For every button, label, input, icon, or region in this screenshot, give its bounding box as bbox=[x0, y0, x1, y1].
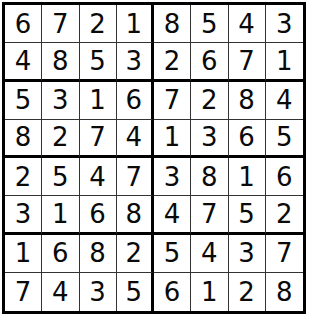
sudoku-cell-r1c6: 5 bbox=[191, 5, 228, 43]
sudoku-cell-r1c1: 6 bbox=[5, 5, 42, 43]
sudoku-cell-r7c3: 8 bbox=[80, 235, 117, 273]
sudoku-cell-r5c2: 5 bbox=[42, 158, 79, 196]
sudoku-cell-r3c5: 7 bbox=[154, 82, 191, 120]
sudoku-cell-r1c4: 1 bbox=[117, 5, 154, 43]
sudoku-cell-r5c4: 7 bbox=[117, 158, 154, 196]
sudoku-cell-r5c6: 8 bbox=[191, 158, 228, 196]
sudoku-cell-r4c2: 2 bbox=[42, 120, 79, 158]
sudoku-cell-r3c1: 5 bbox=[5, 82, 42, 120]
sudoku-cell-r6c2: 1 bbox=[42, 196, 79, 234]
sudoku-cell-r8c5: 6 bbox=[154, 273, 191, 311]
sudoku-cell-r4c8: 5 bbox=[266, 120, 303, 158]
sudoku-cell-r5c8: 6 bbox=[266, 158, 303, 196]
sudoku-cell-r7c5: 5 bbox=[154, 235, 191, 273]
sudoku-cell-r5c1: 2 bbox=[5, 158, 42, 196]
sudoku-board: 6721854348532671531672848274136525473816… bbox=[2, 2, 306, 314]
sudoku-cell-r1c3: 2 bbox=[80, 5, 117, 43]
sudoku-cell-r7c7: 3 bbox=[229, 235, 266, 273]
sudoku-cell-r8c3: 3 bbox=[80, 273, 117, 311]
sudoku-cell-r3c4: 6 bbox=[117, 82, 154, 120]
sudoku-cell-r5c3: 4 bbox=[80, 158, 117, 196]
sudoku-cell-r7c1: 1 bbox=[5, 235, 42, 273]
sudoku-cell-r3c8: 4 bbox=[266, 82, 303, 120]
sudoku-cell-r2c6: 6 bbox=[191, 43, 228, 81]
sudoku-cell-r3c6: 2 bbox=[191, 82, 228, 120]
sudoku-cell-r2c5: 2 bbox=[154, 43, 191, 81]
sudoku-cell-r7c8: 7 bbox=[266, 235, 303, 273]
sudoku-cell-r2c1: 4 bbox=[5, 43, 42, 81]
sudoku-cell-r1c5: 8 bbox=[154, 5, 191, 43]
sudoku-cell-r4c5: 1 bbox=[154, 120, 191, 158]
sudoku-cell-r5c5: 3 bbox=[154, 158, 191, 196]
sudoku-cell-r8c1: 7 bbox=[5, 273, 42, 311]
sudoku-cell-r6c5: 4 bbox=[154, 196, 191, 234]
sudoku-cell-r2c7: 7 bbox=[229, 43, 266, 81]
sudoku-cell-r1c7: 4 bbox=[229, 5, 266, 43]
sudoku-cell-r2c2: 8 bbox=[42, 43, 79, 81]
sudoku-cell-r8c8: 8 bbox=[266, 273, 303, 311]
sudoku-cell-r8c6: 1 bbox=[191, 273, 228, 311]
sudoku-cell-r4c3: 7 bbox=[80, 120, 117, 158]
sudoku-cell-r7c6: 4 bbox=[191, 235, 228, 273]
sudoku-cell-r1c2: 7 bbox=[42, 5, 79, 43]
sudoku-cell-r6c4: 8 bbox=[117, 196, 154, 234]
sudoku-cell-r4c4: 4 bbox=[117, 120, 154, 158]
sudoku-cell-r4c6: 3 bbox=[191, 120, 228, 158]
sudoku-cell-r1c8: 3 bbox=[266, 5, 303, 43]
sudoku-cell-r6c8: 2 bbox=[266, 196, 303, 234]
sudoku-cell-r3c7: 8 bbox=[229, 82, 266, 120]
sudoku-cell-r2c4: 3 bbox=[117, 43, 154, 81]
sudoku-cell-r8c7: 2 bbox=[229, 273, 266, 311]
sudoku-cell-r7c4: 2 bbox=[117, 235, 154, 273]
sudoku-cell-r8c4: 5 bbox=[117, 273, 154, 311]
sudoku-cell-r2c3: 5 bbox=[80, 43, 117, 81]
sudoku-cell-r8c2: 4 bbox=[42, 273, 79, 311]
sudoku-cell-r7c2: 6 bbox=[42, 235, 79, 273]
sudoku-cell-r6c7: 5 bbox=[229, 196, 266, 234]
sudoku-cell-r3c2: 3 bbox=[42, 82, 79, 120]
sudoku-cell-r2c8: 1 bbox=[266, 43, 303, 81]
sudoku-cell-r6c3: 6 bbox=[80, 196, 117, 234]
sudoku-cell-r4c7: 6 bbox=[229, 120, 266, 158]
sudoku-cell-r4c1: 8 bbox=[5, 120, 42, 158]
sudoku-cell-r5c7: 1 bbox=[229, 158, 266, 196]
sudoku-cell-r6c6: 7 bbox=[191, 196, 228, 234]
sudoku-cell-r3c3: 1 bbox=[80, 82, 117, 120]
sudoku-cell-r6c1: 3 bbox=[5, 196, 42, 234]
